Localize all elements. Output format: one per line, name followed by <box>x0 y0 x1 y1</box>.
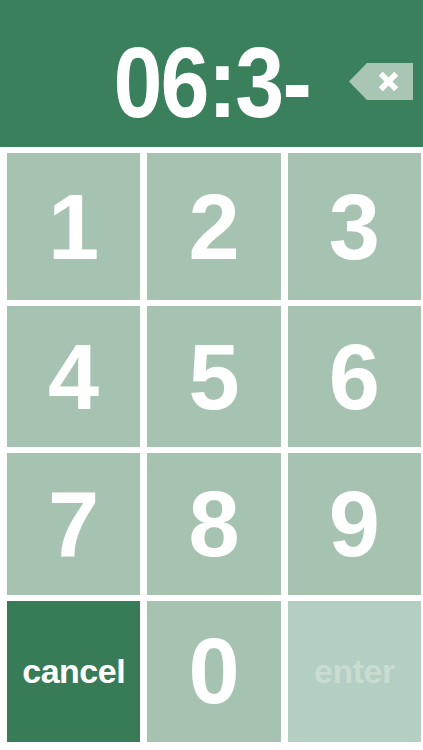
backspace-icon <box>377 70 400 93</box>
key-8[interactable]: 8 <box>147 453 280 594</box>
key-0[interactable]: 0 <box>147 601 280 742</box>
keypad: 1 2 3 4 5 6 7 8 9 cancel 0 enter <box>7 153 421 742</box>
key-7[interactable]: 7 <box>7 453 140 594</box>
key-4[interactable]: 4 <box>7 306 140 447</box>
key-2[interactable]: 2 <box>147 153 280 300</box>
cancel-button[interactable]: cancel <box>7 601 140 742</box>
key-9[interactable]: 9 <box>288 453 421 594</box>
key-6[interactable]: 6 <box>288 306 421 447</box>
key-5[interactable]: 5 <box>147 306 280 447</box>
time-entry-keypad-screen: 06:3- 1 2 3 4 5 6 7 8 9 cancel 0 enter <box>0 0 423 750</box>
time-display-value: 06:3- <box>113 32 310 132</box>
key-1[interactable]: 1 <box>7 153 140 300</box>
display-header: 06:3- <box>0 0 423 147</box>
enter-button[interactable]: enter <box>288 601 421 742</box>
key-3[interactable]: 3 <box>288 153 421 300</box>
